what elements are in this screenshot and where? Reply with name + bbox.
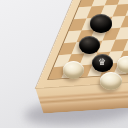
white-checker-b1[interactable]	[63, 61, 84, 79]
white-checker-g1[interactable]	[117, 56, 128, 73]
king-crown-stamp-icon: ♛	[98, 58, 106, 67]
photo-scene: ♛	[0, 0, 128, 128]
white-checker-f1[interactable]	[100, 72, 122, 90]
black-checker-king-d2[interactable]: ♛	[92, 54, 113, 72]
black-checker-c3[interactable]	[79, 36, 100, 54]
black-checker-c5[interactable]	[90, 14, 112, 33]
